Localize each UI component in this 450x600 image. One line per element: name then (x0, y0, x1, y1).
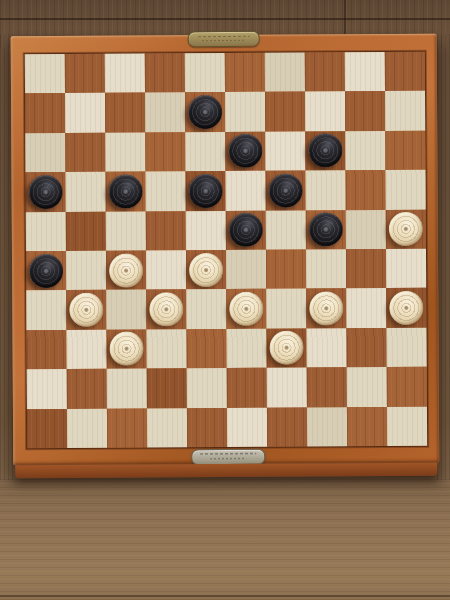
square-light-r3c1 (25, 133, 65, 173)
square-light-r4c6 (225, 171, 265, 211)
square-light-r7c9 (346, 288, 386, 328)
square-20[interactable] (345, 170, 385, 210)
square-41[interactable] (67, 369, 107, 409)
square-17[interactable]: ⛂ (105, 172, 145, 212)
white-checker-piece[interactable]: ⛀ (109, 253, 143, 287)
black-checker-piece[interactable]: ⛂ (269, 173, 303, 207)
square-light-r10c8 (307, 407, 347, 447)
square-33[interactable]: ⛀ (226, 289, 266, 329)
square-light-r5c3 (106, 211, 146, 251)
black-checker-piece[interactable]: ⛂ (228, 134, 262, 168)
square-light-r3c3 (105, 132, 145, 172)
square-13[interactable]: ⛂ (225, 132, 265, 172)
square-42[interactable] (147, 368, 187, 408)
board-area: ⛂⛂⛂⛂⛂⛂⛂⛂⛂⛀⛂⛀⛀⛀⛀⛀⛀⛀⛀⛀ (0, 0, 450, 600)
white-checker-piece[interactable]: ⛀ (189, 253, 223, 287)
square-light-r10c2 (67, 408, 107, 448)
square-light-r7c7 (266, 289, 306, 329)
black-checker-piece[interactable]: ⛂ (229, 213, 263, 247)
square-light-r2c6 (225, 92, 265, 132)
square-light-r3c7 (265, 131, 305, 171)
square-light-r2c4 (145, 93, 185, 133)
square-34[interactable]: ⛀ (306, 289, 346, 329)
square-32[interactable]: ⛀ (146, 290, 186, 330)
white-checker-piece[interactable]: ⛀ (269, 331, 303, 365)
brass-plaque-top (188, 31, 260, 47)
black-checker-piece[interactable]: ⛂ (29, 254, 63, 288)
white-checker-piece[interactable]: ⛀ (149, 292, 183, 326)
square-3[interactable] (225, 53, 265, 93)
square-2[interactable] (145, 53, 185, 93)
square-light-r5c1 (26, 212, 66, 252)
square-light-r9c5 (187, 368, 227, 408)
square-light-r1c9 (345, 52, 385, 92)
square-15[interactable] (385, 131, 425, 171)
square-45[interactable] (387, 367, 427, 407)
square-50[interactable] (347, 407, 387, 447)
black-checker-piece[interactable]: ⛂ (188, 95, 222, 129)
square-14[interactable]: ⛂ (305, 131, 345, 171)
square-light-r10c4 (147, 408, 187, 448)
black-checker-piece[interactable]: ⛂ (189, 174, 223, 208)
square-39[interactable]: ⛀ (266, 328, 306, 368)
square-light-r4c4 (145, 171, 185, 211)
square-light-r4c10 (385, 170, 425, 210)
white-checker-piece[interactable]: ⛀ (309, 291, 343, 325)
maker-plaque-bottom (191, 449, 265, 465)
square-light-r5c5 (186, 211, 226, 251)
square-light-r1c7 (265, 53, 305, 93)
square-46[interactable] (27, 409, 67, 449)
square-19[interactable]: ⛂ (265, 171, 305, 211)
square-48[interactable] (187, 408, 227, 448)
square-40[interactable] (346, 328, 386, 368)
square-light-r7c3 (106, 290, 146, 330)
square-light-r2c10 (385, 91, 425, 131)
square-9[interactable] (265, 92, 305, 132)
square-light-r5c9 (346, 210, 386, 250)
square-12[interactable] (145, 132, 185, 172)
square-36[interactable] (26, 330, 66, 370)
square-light-r6c8 (306, 249, 346, 289)
square-26[interactable]: ⛂ (26, 251, 66, 291)
square-light-r1c1 (25, 54, 65, 94)
black-checker-piece[interactable]: ⛂ (29, 175, 63, 209)
square-light-r9c3 (107, 369, 147, 409)
square-light-r6c2 (66, 251, 106, 291)
square-31[interactable]: ⛀ (66, 290, 106, 330)
square-27[interactable]: ⛀ (106, 250, 146, 290)
square-5[interactable] (385, 52, 425, 92)
white-checker-piece[interactable]: ⛀ (389, 212, 423, 246)
square-light-r2c8 (305, 92, 345, 132)
square-11[interactable] (65, 133, 105, 173)
square-4[interactable] (305, 52, 345, 92)
square-light-r3c9 (345, 131, 385, 171)
square-light-r10c6 (227, 407, 267, 447)
square-light-r9c7 (267, 368, 307, 408)
square-22[interactable] (146, 211, 186, 251)
square-49[interactable] (267, 407, 307, 447)
square-light-r8c6 (226, 329, 266, 369)
square-light-r8c8 (306, 328, 346, 368)
square-light-r9c1 (27, 369, 67, 409)
square-light-r10c10 (387, 406, 427, 446)
square-light-r6c10 (386, 249, 426, 289)
square-light-r7c1 (26, 290, 66, 330)
square-35[interactable]: ⛀ (386, 288, 426, 328)
square-44[interactable] (307, 367, 347, 407)
square-18[interactable]: ⛂ (185, 171, 225, 211)
square-23[interactable]: ⛂ (226, 210, 266, 250)
black-checker-piece[interactable]: ⛂ (308, 134, 342, 168)
square-24[interactable]: ⛂ (306, 210, 346, 250)
square-8[interactable]: ⛂ (185, 92, 225, 132)
square-light-r1c5 (185, 53, 225, 93)
square-light-r5c7 (266, 210, 306, 250)
square-light-r6c6 (226, 250, 266, 290)
square-28[interactable]: ⛀ (186, 250, 226, 290)
square-43[interactable] (227, 368, 267, 408)
square-light-r1c3 (105, 53, 145, 93)
checkers-board-frame: ⛂⛂⛂⛂⛂⛂⛂⛂⛂⛀⛂⛀⛀⛀⛀⛀⛀⛀⛀⛀ (11, 34, 440, 466)
square-30[interactable] (346, 249, 386, 289)
square-29[interactable] (266, 250, 306, 290)
black-checker-piece[interactable]: ⛂ (309, 213, 343, 247)
square-light-r8c2 (66, 330, 106, 370)
square-light-r8c4 (146, 329, 186, 369)
square-6[interactable] (25, 93, 65, 133)
square-7[interactable] (105, 93, 145, 133)
square-light-r9c9 (347, 367, 387, 407)
white-checker-piece[interactable]: ⛀ (69, 293, 103, 327)
square-37[interactable]: ⛀ (106, 329, 146, 369)
square-light-r3c5 (185, 132, 225, 172)
white-checker-piece[interactable]: ⛀ (229, 292, 263, 326)
square-38[interactable] (186, 329, 226, 369)
black-checker-piece[interactable]: ⛂ (109, 174, 143, 208)
square-light-r8c10 (386, 328, 426, 368)
square-21[interactable] (66, 211, 106, 251)
square-47[interactable] (107, 408, 147, 448)
square-16[interactable]: ⛂ (25, 172, 65, 212)
board-front-edge (15, 463, 437, 479)
white-checker-piece[interactable]: ⛀ (109, 332, 143, 366)
square-light-r4c2 (65, 172, 105, 212)
square-light-r4c8 (305, 170, 345, 210)
white-checker-piece[interactable]: ⛀ (389, 291, 423, 325)
square-light-r7c5 (186, 289, 226, 329)
square-light-r2c2 (65, 93, 105, 133)
square-10[interactable] (345, 91, 385, 131)
square-light-r6c4 (146, 250, 186, 290)
square-25[interactable]: ⛀ (386, 209, 426, 249)
square-1[interactable] (65, 54, 105, 94)
board-grid: ⛂⛂⛂⛂⛂⛂⛂⛂⛂⛀⛂⛀⛀⛀⛀⛀⛀⛀⛀⛀ (25, 52, 427, 448)
